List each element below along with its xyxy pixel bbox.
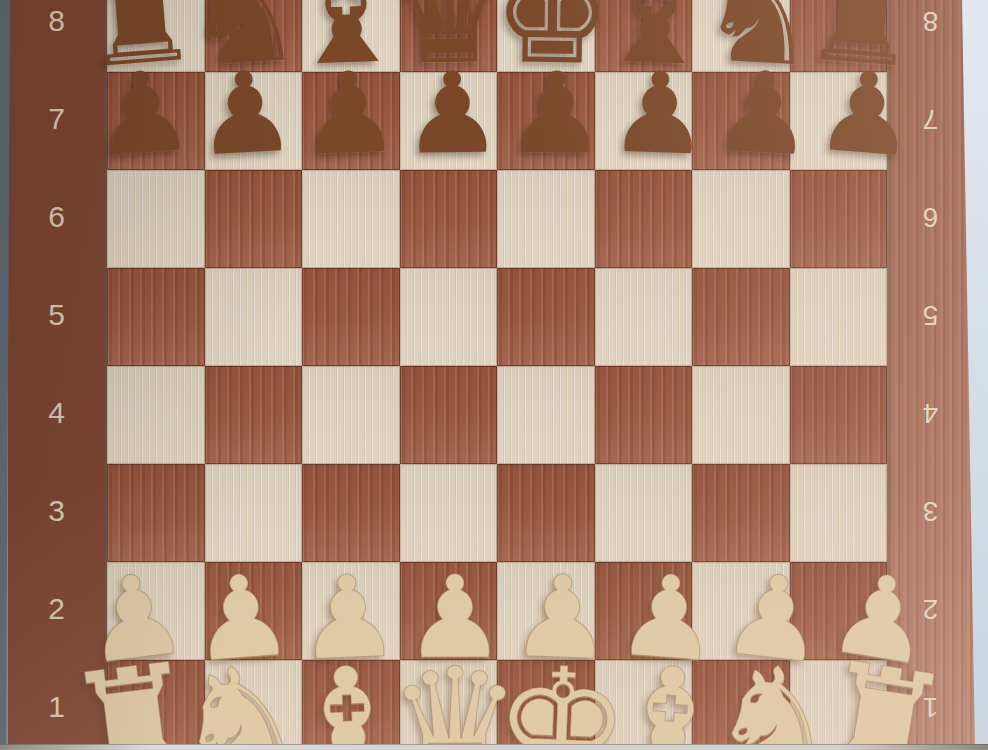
piece-black-pawn-b7[interactable]: ♟: [193, 54, 300, 171]
piece-black-pawn-e7[interactable]: ♟: [505, 56, 607, 169]
piece-black-pawn-c7[interactable]: ♟: [297, 55, 401, 170]
piece-black-pawn-g7[interactable]: ♟: [710, 54, 817, 172]
piece-black-pawn-h7[interactable]: ♟: [812, 53, 921, 173]
board-photo-canvas: 8877665544332211 ♜♞♝♛♚♝♞♜♟♟♟♟♟♟♟♟♟♟♟♟♟♟♟…: [0, 0, 988, 750]
board-bottom-edge: [0, 744, 988, 750]
piece-black-pawn-f7[interactable]: ♟: [607, 55, 711, 170]
piece-black-pawn-d7[interactable]: ♟: [402, 56, 504, 169]
piece-black-pawn-a7[interactable]: ♟: [88, 53, 197, 173]
pieces-layer: ♜♞♝♛♚♝♞♜♟♟♟♟♟♟♟♟♟♟♟♟♟♟♟♟♜♞♝♛♚♝♞♜: [8, 0, 976, 750]
piece-white-rook-h1[interactable]: ♜: [805, 639, 962, 750]
chess-board: 8877665544332211 ♜♞♝♛♚♝♞♜♟♟♟♟♟♟♟♟♟♟♟♟♟♟♟…: [8, 0, 976, 750]
